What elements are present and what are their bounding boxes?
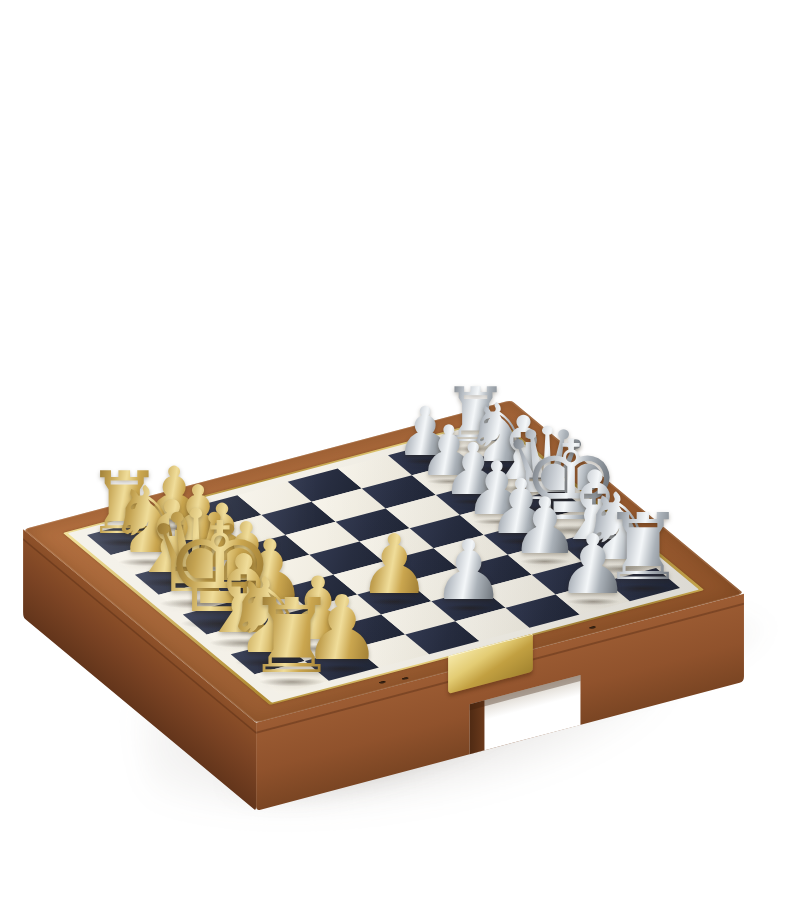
product-photo-stage: ♜♟♞♟♝♟♛♟♚♟♟♜♝♟♟♞♞♟♝♜♟♟♟♛♟♟♚♝♟♞♟♜ — [0, 0, 800, 910]
handle-notch[interactable] — [470, 675, 581, 754]
chess-glyph-white-rook: ♜ — [246, 585, 338, 688]
piece-white-rook-h1[interactable]: ♜ — [246, 585, 338, 688]
chess-glyph-black-pawn: ♟ — [556, 524, 630, 606]
pieces-layer: ♜♟♞♟♝♟♛♟♚♟♟♜♝♟♟♞♞♟♝♜♟♟♟♛♟♟♚♝♟♞♟♜ — [0, 0, 800, 910]
piece-black-pawn-h7[interactable]: ♟ — [556, 524, 630, 606]
piece-black-pawn-g5[interactable]: ♟ — [431, 530, 505, 613]
chess-glyph-black-pawn: ♟ — [431, 530, 505, 613]
